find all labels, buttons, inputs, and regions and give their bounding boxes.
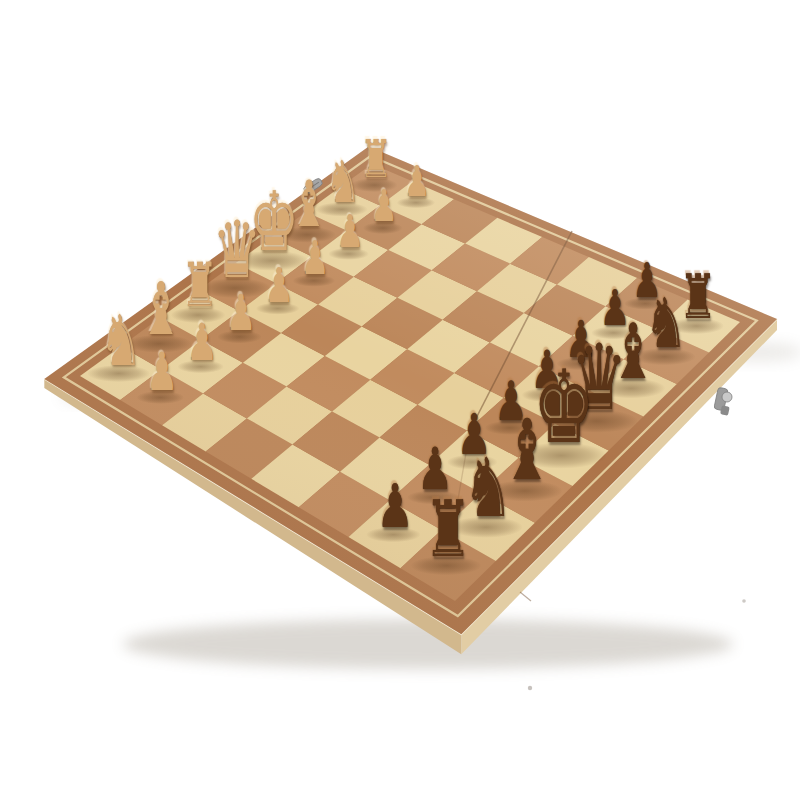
frame-scratch: [520, 592, 531, 601]
white-pawn[interactable]: ♟: [371, 185, 398, 229]
chess-board: [0, 0, 800, 800]
dust-speck: [528, 686, 532, 690]
black-pawn[interactable]: ♟: [376, 476, 413, 536]
white-bishop[interactable]: ♝: [139, 273, 184, 345]
white-pawn[interactable]: ♟: [404, 162, 430, 204]
black-rook[interactable]: ♜: [424, 490, 472, 568]
white-pawn[interactable]: ♟: [264, 262, 294, 310]
white-rook[interactable]: ♜: [181, 256, 218, 317]
white-knight[interactable]: ♞: [99, 305, 142, 375]
chess-set-photo: ♜♟♞♟♝♟♚♟♛♟♟♜♜♟♟♝♞♟♟♞♝♟♟♛♟♚♟♝♟♞♟♜: [0, 0, 800, 800]
white-queen[interactable]: ♛: [213, 211, 262, 290]
white-rook[interactable]: ♜: [360, 135, 392, 187]
white-pawn[interactable]: ♟: [186, 317, 218, 368]
white-knight[interactable]: ♞: [325, 153, 361, 211]
dust-speck: [742, 599, 746, 603]
white-pawn[interactable]: ♟: [226, 289, 257, 339]
white-pawn[interactable]: ♟: [336, 210, 364, 255]
white-pawn[interactable]: ♟: [145, 346, 178, 399]
white-pawn[interactable]: ♟: [301, 235, 330, 282]
